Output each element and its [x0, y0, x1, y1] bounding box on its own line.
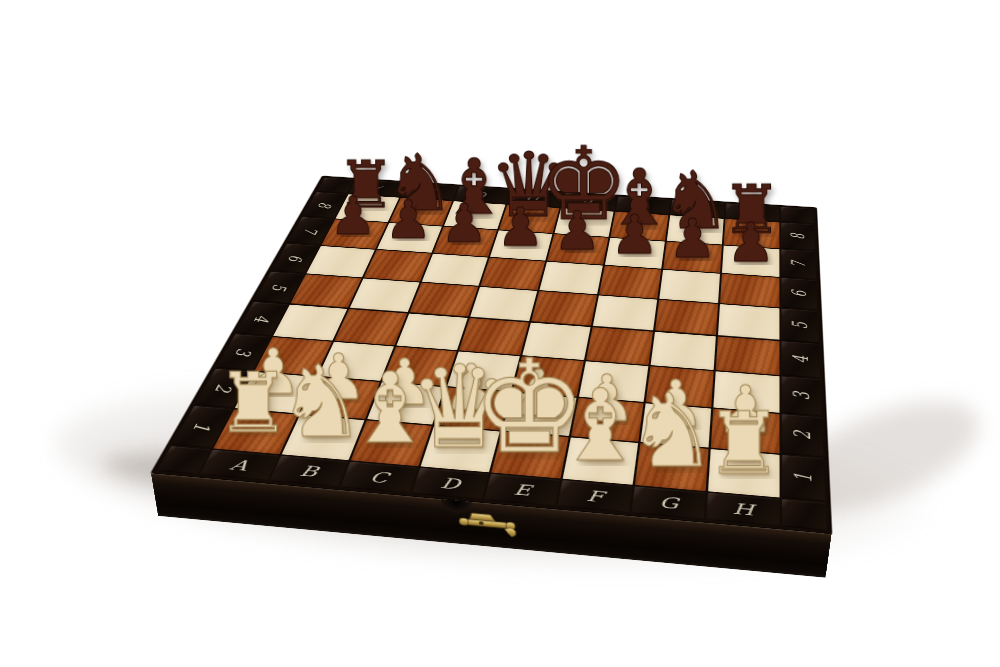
pieces-layer: ♜♞♝♛♚♝♞♜♟♟♟♟♟♟♟♟♟♟♟♟♟♟♟♟♜♞♝♛♚♝♞♜ — [151, 176, 832, 534]
rank-label-left-5: 5 — [268, 284, 290, 292]
piece-white-queen-d1: ♛ — [379, 282, 539, 453]
piece-black-rook-a8: ♜ — [304, 78, 427, 210]
piece-white-bishop-c1: ♝ — [311, 277, 470, 447]
file-label-far-d: D — [527, 194, 543, 203]
piece-white-pawn-b2: ♟ — [263, 239, 415, 402]
piece-black-pawn-a7: ♟ — [289, 100, 416, 236]
piece-black-pawn-d7: ♟ — [456, 110, 585, 248]
piece-black-pawn-h7: ♟ — [685, 123, 816, 264]
chess-board: ABCDEFGH8877665544332211ABCDEFGH — [151, 176, 832, 534]
file-label-far-e: E — [582, 197, 597, 206]
piece-white-knight-g1: ♞ — [591, 298, 753, 472]
piece-white-bishop-f1: ♝ — [519, 292, 681, 465]
piece-white-king-e1: ♚ — [449, 287, 610, 459]
rank-label-right-6: 6 — [789, 290, 809, 298]
piece-white-knight-b1: ♞ — [242, 272, 400, 441]
piece-white-pawn-c2: ♟ — [328, 244, 481, 408]
piece-black-pawn-g7: ♟ — [627, 120, 758, 260]
rank-label-right-7: 7 — [789, 261, 808, 268]
rank-label-left-8: 8 — [315, 202, 335, 208]
piece-black-pawn-b7: ♟ — [344, 104, 472, 241]
piece-white-pawn-f2: ♟ — [529, 258, 684, 424]
brass-clasp-icon — [455, 510, 523, 540]
piece-white-pawn-d2: ♟ — [395, 248, 549, 413]
piece-black-pawn-c7: ♟ — [400, 107, 529, 245]
file-label-far-h: H — [745, 208, 761, 217]
rank-label-left-7: 7 — [300, 227, 321, 234]
rank-label-left-6: 6 — [285, 255, 306, 262]
file-label-far-f: F — [636, 201, 649, 210]
file-label-far-g: G — [690, 204, 705, 213]
rank-label-right-8: 8 — [788, 233, 807, 240]
piece-white-pawn-g2: ♟ — [598, 262, 754, 429]
piece-white-pawn-e2: ♟ — [462, 253, 617, 419]
piece-white-rook-a1: ♜ — [175, 268, 332, 436]
piece-black-pawn-f7: ♟ — [570, 117, 700, 257]
piece-white-rook-h1: ♜ — [663, 303, 826, 478]
piece-black-pawn-e7: ♟ — [513, 113, 643, 252]
piece-black-knight-b8: ♞ — [358, 81, 482, 214]
